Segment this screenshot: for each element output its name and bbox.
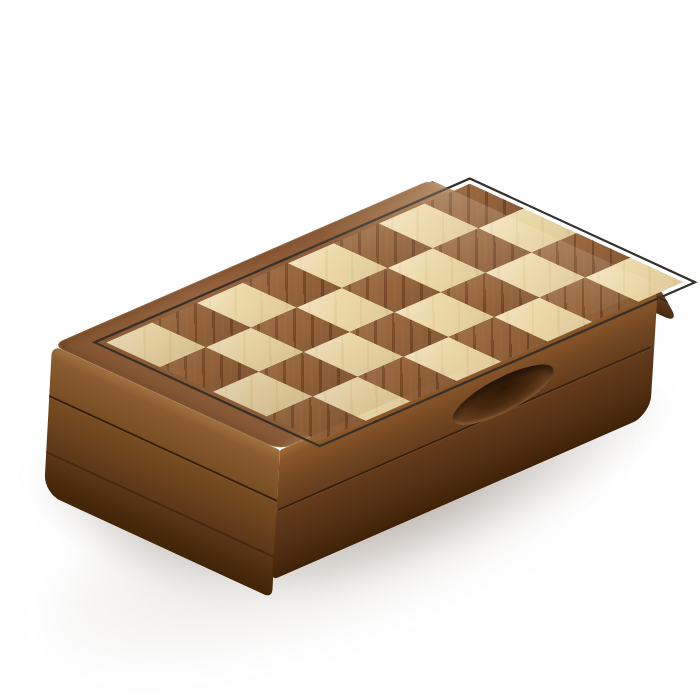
base-edge-shade <box>46 451 274 558</box>
product-photo-scene <box>0 0 700 700</box>
